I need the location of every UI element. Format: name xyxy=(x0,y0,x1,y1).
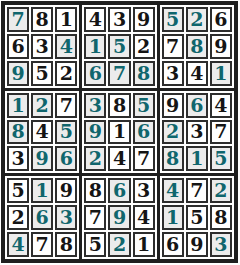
cell-r2c3[interactable]: 4 xyxy=(55,34,77,59)
cell-r5c4[interactable]: 9 xyxy=(84,120,106,145)
box-r3c2: 863794521 xyxy=(82,176,156,259)
cell-r7c1[interactable]: 5 xyxy=(7,178,29,203)
cell-r5c9[interactable]: 7 xyxy=(210,120,232,145)
cell-r5c8[interactable]: 3 xyxy=(186,120,208,145)
cell-r6c7[interactable]: 8 xyxy=(162,146,184,171)
cell-r6c4[interactable]: 2 xyxy=(84,146,106,171)
cell-r7c8[interactable]: 7 xyxy=(186,178,208,203)
cell-r5c6[interactable]: 6 xyxy=(133,120,155,145)
box-r2c1: 127845396 xyxy=(5,91,79,174)
cell-r3c9[interactable]: 1 xyxy=(210,61,232,86)
box-r2c3: 964237815 xyxy=(160,91,234,174)
cell-r1c2[interactable]: 8 xyxy=(31,7,53,32)
cell-r4c5[interactable]: 8 xyxy=(108,93,130,118)
cell-r8c9[interactable]: 8 xyxy=(210,205,232,230)
cell-r1c4[interactable]: 4 xyxy=(84,7,106,32)
cell-r3c4[interactable]: 6 xyxy=(84,61,106,86)
cell-r1c6[interactable]: 9 xyxy=(133,7,155,32)
cell-r9c2[interactable]: 7 xyxy=(31,232,53,257)
cell-r9c1[interactable]: 4 xyxy=(7,232,29,257)
cell-r1c1[interactable]: 7 xyxy=(7,7,29,32)
cell-r2c5[interactable]: 5 xyxy=(108,34,130,59)
cell-r3c6[interactable]: 8 xyxy=(133,61,155,86)
cell-r7c6[interactable]: 3 xyxy=(133,178,155,203)
cell-r3c3[interactable]: 2 xyxy=(55,61,77,86)
cell-r1c5[interactable]: 3 xyxy=(108,7,130,32)
cell-r8c2[interactable]: 6 xyxy=(31,205,53,230)
cell-r2c9[interactable]: 9 xyxy=(210,34,232,59)
cell-r6c2[interactable]: 9 xyxy=(31,146,53,171)
cell-r8c1[interactable]: 2 xyxy=(7,205,29,230)
cell-r6c1[interactable]: 3 xyxy=(7,146,29,171)
cell-r5c7[interactable]: 2 xyxy=(162,120,184,145)
cell-r3c5[interactable]: 7 xyxy=(108,61,130,86)
cell-r1c9[interactable]: 6 xyxy=(210,7,232,32)
cell-r9c9[interactable]: 3 xyxy=(210,232,232,257)
cell-r7c9[interactable]: 2 xyxy=(210,178,232,203)
cell-r3c7[interactable]: 3 xyxy=(162,61,184,86)
cell-r4c6[interactable]: 5 xyxy=(133,93,155,118)
cell-r6c8[interactable]: 1 xyxy=(186,146,208,171)
cell-r5c5[interactable]: 1 xyxy=(108,120,130,145)
cell-r1c3[interactable]: 1 xyxy=(55,7,77,32)
cell-r2c7[interactable]: 7 xyxy=(162,34,184,59)
box-r1c3: 526789341 xyxy=(160,5,234,88)
cell-r9c7[interactable]: 6 xyxy=(162,232,184,257)
cell-r1c7[interactable]: 5 xyxy=(162,7,184,32)
cell-r9c5[interactable]: 2 xyxy=(108,232,130,257)
cell-r4c8[interactable]: 6 xyxy=(186,93,208,118)
cell-r7c5[interactable]: 6 xyxy=(108,178,130,203)
cell-r3c8[interactable]: 4 xyxy=(186,61,208,86)
box-r3c1: 519263478 xyxy=(5,176,79,259)
cell-r8c7[interactable]: 1 xyxy=(162,205,184,230)
cell-r7c3[interactable]: 9 xyxy=(55,178,77,203)
cell-r4c7[interactable]: 9 xyxy=(162,93,184,118)
cell-r7c4[interactable]: 8 xyxy=(84,178,106,203)
cell-r9c3[interactable]: 8 xyxy=(55,232,77,257)
cell-r2c6[interactable]: 2 xyxy=(133,34,155,59)
cell-r2c4[interactable]: 1 xyxy=(84,34,106,59)
cell-r9c4[interactable]: 5 xyxy=(84,232,106,257)
cell-r6c6[interactable]: 7 xyxy=(133,146,155,171)
cell-r3c2[interactable]: 5 xyxy=(31,61,53,86)
cell-r8c4[interactable]: 7 xyxy=(84,205,106,230)
cell-r7c2[interactable]: 1 xyxy=(31,178,53,203)
cell-r4c2[interactable]: 2 xyxy=(31,93,53,118)
cell-r5c1[interactable]: 8 xyxy=(7,120,29,145)
cell-r4c1[interactable]: 1 xyxy=(7,93,29,118)
cell-r8c6[interactable]: 4 xyxy=(133,205,155,230)
cell-r8c3[interactable]: 3 xyxy=(55,205,77,230)
sudoku-board: 7816349524391526785267893411278453963859… xyxy=(1,1,238,263)
cell-r1c8[interactable]: 2 xyxy=(186,7,208,32)
cell-r9c6[interactable]: 1 xyxy=(133,232,155,257)
cell-r4c4[interactable]: 3 xyxy=(84,93,106,118)
cell-r8c5[interactable]: 9 xyxy=(108,205,130,230)
box-r3c3: 472158693 xyxy=(160,176,234,259)
cell-r6c5[interactable]: 4 xyxy=(108,146,130,171)
cell-r7c7[interactable]: 4 xyxy=(162,178,184,203)
cell-r4c3[interactable]: 7 xyxy=(55,93,77,118)
box-r1c2: 439152678 xyxy=(82,5,156,88)
cell-r2c8[interactable]: 8 xyxy=(186,34,208,59)
cell-r5c2[interactable]: 4 xyxy=(31,120,53,145)
cell-r8c8[interactable]: 5 xyxy=(186,205,208,230)
cell-r2c2[interactable]: 3 xyxy=(31,34,53,59)
cell-r2c1[interactable]: 6 xyxy=(7,34,29,59)
cell-r6c3[interactable]: 6 xyxy=(55,146,77,171)
cell-r3c1[interactable]: 9 xyxy=(7,61,29,86)
cell-r5c3[interactable]: 5 xyxy=(55,120,77,145)
cell-r6c9[interactable]: 5 xyxy=(210,146,232,171)
box-r1c1: 781634952 xyxy=(5,5,79,88)
box-r2c2: 385916247 xyxy=(82,91,156,174)
cell-r4c9[interactable]: 4 xyxy=(210,93,232,118)
cell-r9c8[interactable]: 9 xyxy=(186,232,208,257)
